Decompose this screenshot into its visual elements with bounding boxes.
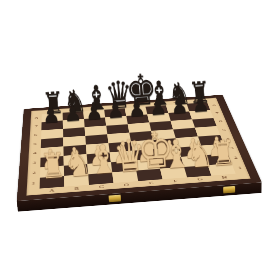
rank-label-right: 6 [215,120,226,123]
square-c6 [85,126,108,136]
piece-white-knight: ♞ [185,136,207,173]
rank-label-left: 1 [28,182,39,186]
board-squares: ♜♞♝♛♚♝♞♜♟♟♟♟♟♟♟♟♟♟♟♟♟♟♟♟♜♞♝♛♚♝♞♜ [40,102,236,188]
piece-white-bishop: ♝ [161,135,184,175]
file-label-bottom: A [40,188,65,193]
file-label-bottom: H [212,175,238,180]
piece-white-bishop: ♝ [88,140,111,180]
piece-black-pawn: ♟ [127,96,146,121]
piece-white-queen: ♛ [112,134,135,179]
product-photo: AABBCCDDEEFFGGHH8877665544332211 ♜♞♝♛♚♝♞… [0,0,263,263]
file-label-bottom: D [114,183,139,188]
piece-black-pawn: ♟ [149,94,168,119]
brass-clasp-left [108,195,120,203]
file-label-bottom: C [89,185,114,190]
piece-black-pawn: ♟ [106,97,125,122]
rank-label-left: 4 [30,152,40,156]
piece-black-pawn: ♟ [63,100,82,125]
file-label-bottom: F [163,179,188,184]
piece-white-rook: ♜ [39,148,62,184]
rank-label-left: 7 [31,125,41,128]
file-label-bottom: E [138,181,163,186]
rank-label-left: 5 [30,142,40,145]
rank-label-left: 2 [29,171,40,175]
piece-black-pawn: ♟ [191,91,210,116]
piece-white-knight: ♞ [64,145,87,183]
brass-clasp-right [223,186,235,194]
file-label-bottom: B [64,186,89,191]
piece-black-pawn: ♟ [170,93,189,118]
file-label-bottom: G [188,177,214,182]
rank-label-right: 7 [212,112,222,115]
chess-board: AABBCCDDEEFFGGHH8877665544332211 ♜♞♝♛♚♝♞… [17,95,262,201]
piece-white-king: ♚ [136,127,159,177]
piece-black-pawn: ♟ [42,102,61,127]
rank-label-left: 8 [32,117,41,120]
piece-black-pawn: ♟ [85,99,104,124]
rank-label-left: 3 [29,161,40,165]
rank-label-left: 6 [31,134,41,137]
piece-white-rook: ♜ [210,136,232,172]
